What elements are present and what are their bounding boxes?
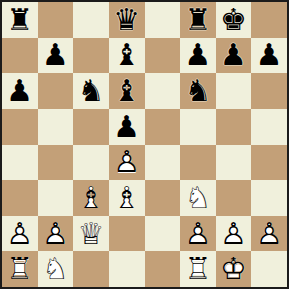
square-c1[interactable] [73, 251, 109, 287]
black-queen-piece: ♛ [109, 2, 145, 38]
white-rook-piece: ♜♖ [2, 251, 38, 287]
piece-outline-layer: ♖ [2, 251, 38, 287]
piece-glyph: ♟ [109, 109, 145, 145]
piece-glyph: ♚ [216, 2, 252, 38]
white-rook-piece: ♜♖ [180, 251, 216, 287]
square-b1[interactable]: ♞♘ [38, 251, 74, 287]
square-d6[interactable]: ♝ [109, 73, 145, 109]
square-d4[interactable]: ♟♙ [109, 145, 145, 181]
black-pawn-piece: ♟ [109, 109, 145, 145]
square-a8[interactable]: ♜ [2, 2, 38, 38]
square-g5[interactable] [216, 109, 252, 145]
square-h8[interactable] [251, 2, 287, 38]
square-d1[interactable] [109, 251, 145, 287]
black-king-piece: ♚ [216, 2, 252, 38]
square-f6[interactable]: ♞ [180, 73, 216, 109]
piece-outline-layer: ♙ [109, 145, 145, 181]
square-d7[interactable]: ♝ [109, 38, 145, 74]
square-a1[interactable]: ♜♖ [2, 251, 38, 287]
black-knight-piece: ♞ [180, 73, 216, 109]
piece-glyph: ♟ [180, 38, 216, 74]
white-king-piece: ♚♔ [216, 251, 252, 287]
white-bishop-piece: ♝♗ [109, 180, 145, 216]
square-b4[interactable] [38, 145, 74, 181]
piece-outline-layer: ♙ [2, 216, 38, 252]
square-a6[interactable]: ♟ [2, 73, 38, 109]
piece-glyph: ♜ [180, 2, 216, 38]
square-g4[interactable] [216, 145, 252, 181]
piece-outline-layer: ♘ [38, 251, 74, 287]
piece-outline-layer: ♕ [73, 216, 109, 252]
square-a7[interactable] [2, 38, 38, 74]
piece-glyph: ♟ [38, 38, 74, 74]
black-pawn-piece: ♟ [38, 38, 74, 74]
piece-glyph: ♟ [216, 38, 252, 74]
square-e2[interactable] [145, 216, 181, 252]
square-c8[interactable] [73, 2, 109, 38]
square-c4[interactable] [73, 145, 109, 181]
piece-glyph: ♞ [73, 73, 109, 109]
square-a2[interactable]: ♟♙ [2, 216, 38, 252]
square-c5[interactable] [73, 109, 109, 145]
square-f2[interactable]: ♟♙ [180, 216, 216, 252]
square-c6[interactable]: ♞ [73, 73, 109, 109]
black-rook-piece: ♜ [180, 2, 216, 38]
black-pawn-piece: ♟ [2, 73, 38, 109]
square-b6[interactable] [38, 73, 74, 109]
square-e7[interactable] [145, 38, 181, 74]
piece-glyph: ♝ [109, 73, 145, 109]
piece-outline-layer: ♙ [180, 216, 216, 252]
piece-glyph: ♞ [180, 73, 216, 109]
white-pawn-piece: ♟♙ [38, 216, 74, 252]
white-knight-piece: ♞♘ [38, 251, 74, 287]
black-knight-piece: ♞ [73, 73, 109, 109]
piece-glyph: ♜ [2, 2, 38, 38]
square-e5[interactable] [145, 109, 181, 145]
square-f4[interactable] [180, 145, 216, 181]
square-b5[interactable] [38, 109, 74, 145]
piece-outline-layer: ♗ [73, 180, 109, 216]
square-e6[interactable] [145, 73, 181, 109]
square-d2[interactable] [109, 216, 145, 252]
piece-glyph: ♝ [109, 38, 145, 74]
square-g8[interactable]: ♚ [216, 2, 252, 38]
square-b7[interactable]: ♟ [38, 38, 74, 74]
white-pawn-piece: ♟♙ [109, 145, 145, 181]
square-c7[interactable] [73, 38, 109, 74]
square-c3[interactable]: ♝♗ [73, 180, 109, 216]
square-h4[interactable] [251, 145, 287, 181]
square-b8[interactable] [38, 2, 74, 38]
square-e3[interactable] [145, 180, 181, 216]
square-c2[interactable]: ♛♕ [73, 216, 109, 252]
square-g7[interactable]: ♟ [216, 38, 252, 74]
black-pawn-piece: ♟ [180, 38, 216, 74]
white-pawn-piece: ♟♙ [2, 216, 38, 252]
black-bishop-piece: ♝ [109, 38, 145, 74]
square-g6[interactable] [216, 73, 252, 109]
white-pawn-piece: ♟♙ [251, 216, 287, 252]
piece-glyph: ♟ [2, 73, 38, 109]
black-bishop-piece: ♝ [109, 73, 145, 109]
white-bishop-piece: ♝♗ [73, 180, 109, 216]
piece-outline-layer: ♙ [38, 216, 74, 252]
square-h5[interactable] [251, 109, 287, 145]
piece-outline-layer: ♗ [109, 180, 145, 216]
square-f3[interactable]: ♞♘ [180, 180, 216, 216]
square-a5[interactable] [2, 109, 38, 145]
white-pawn-piece: ♟♙ [216, 216, 252, 252]
piece-glyph: ♛ [109, 2, 145, 38]
white-knight-piece: ♞♘ [180, 180, 216, 216]
square-b3[interactable] [38, 180, 74, 216]
square-h7[interactable]: ♟ [251, 38, 287, 74]
piece-glyph: ♟ [251, 38, 287, 74]
square-g1[interactable]: ♚♔ [216, 251, 252, 287]
square-h1[interactable] [251, 251, 287, 287]
square-d3[interactable]: ♝♗ [109, 180, 145, 216]
square-f5[interactable] [180, 109, 216, 145]
piece-outline-layer: ♙ [216, 216, 252, 252]
black-pawn-piece: ♟ [251, 38, 287, 74]
white-queen-piece: ♛♕ [73, 216, 109, 252]
square-f1[interactable]: ♜♖ [180, 251, 216, 287]
black-pawn-piece: ♟ [216, 38, 252, 74]
square-f7[interactable]: ♟ [180, 38, 216, 74]
square-f8[interactable]: ♜ [180, 2, 216, 38]
piece-outline-layer: ♘ [180, 180, 216, 216]
piece-outline-layer: ♖ [180, 251, 216, 287]
square-g2[interactable]: ♟♙ [216, 216, 252, 252]
white-pawn-piece: ♟♙ [180, 216, 216, 252]
piece-outline-layer: ♔ [216, 251, 252, 287]
square-h3[interactable] [251, 180, 287, 216]
square-a4[interactable] [2, 145, 38, 181]
square-d5[interactable]: ♟ [109, 109, 145, 145]
square-g3[interactable] [216, 180, 252, 216]
square-e1[interactable] [145, 251, 181, 287]
chess-board: ♜♛♜♚♟♝♟♟♟♟♞♝♞♟♟♙♝♗♝♗♞♘♟♙♟♙♛♕♟♙♟♙♟♙♜♖♞♘♜♖… [0, 0, 289, 289]
square-d8[interactable]: ♛ [109, 2, 145, 38]
square-e4[interactable] [145, 145, 181, 181]
square-h2[interactable]: ♟♙ [251, 216, 287, 252]
black-rook-piece: ♜ [2, 2, 38, 38]
square-b2[interactable]: ♟♙ [38, 216, 74, 252]
square-e8[interactable] [145, 2, 181, 38]
piece-outline-layer: ♙ [251, 216, 287, 252]
square-a3[interactable] [2, 180, 38, 216]
square-h6[interactable] [251, 73, 287, 109]
